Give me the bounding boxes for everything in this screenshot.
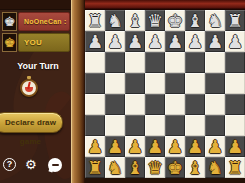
square-g5[interactable] — [205, 73, 225, 94]
square-d8[interactable]: ♛ — [145, 10, 165, 31]
square-d1[interactable]: ♛ — [145, 157, 165, 178]
white-queen-d1[interactable]: ♛ — [145, 157, 165, 178]
opponent-piece-box: ♚ — [2, 12, 17, 31]
board-frame-left — [71, 0, 85, 183]
square-g6[interactable] — [205, 52, 225, 73]
square-d2[interactable]: ♟ — [145, 136, 165, 157]
side-panel: ♚ NoOneCan : ♚ YOU Your Turn Declare dra… — [0, 0, 72, 183]
black-rook-a8[interactable]: ♜ — [85, 10, 105, 31]
square-f1[interactable]: ♝ — [185, 157, 205, 178]
square-h7[interactable]: ♟ — [225, 31, 245, 52]
square-h3[interactable] — [225, 115, 245, 136]
square-d7[interactable]: ♟ — [145, 31, 165, 52]
square-e3[interactable] — [165, 115, 185, 136]
white-king-icon: ♚ — [4, 36, 16, 49]
black-knight-b8[interactable]: ♞ — [105, 10, 125, 31]
white-pawn-c2[interactable]: ♟ — [125, 136, 145, 157]
black-knight-g8[interactable]: ♞ — [205, 10, 225, 31]
square-a1[interactable]: ♜ — [85, 157, 105, 178]
square-h2[interactable]: ♟ — [225, 136, 245, 157]
black-bishop-c8[interactable]: ♝ — [125, 10, 145, 31]
square-f3[interactable] — [185, 115, 205, 136]
white-pawn-b2[interactable]: ♟ — [105, 136, 125, 157]
white-pawn-g2[interactable]: ♟ — [205, 136, 225, 157]
black-rook-h8[interactable]: ♜ — [225, 10, 245, 31]
white-knight-b1[interactable]: ♞ — [105, 157, 125, 178]
square-d4[interactable] — [145, 94, 165, 115]
white-bishop-c1[interactable]: ♝ — [125, 157, 145, 178]
black-king-icon: ♚ — [4, 15, 16, 28]
square-e7[interactable]: ♟ — [165, 31, 185, 52]
square-f5[interactable] — [185, 73, 205, 94]
square-h5[interactable] — [225, 73, 245, 94]
chess-game-window: ♚ NoOneCan : ♚ YOU Your Turn Declare dra… — [0, 0, 245, 183]
square-a8[interactable]: ♜ — [85, 10, 105, 31]
white-pawn-a2[interactable]: ♟ — [85, 136, 105, 157]
board-frame-top — [85, 0, 245, 10]
chess-board: ♜♞♝♛♚♝♞♜♟♟♟♟♟♟♟♟♟♟♟♟♟♟♟♟♜♞♝♛♚♝♞♜ — [85, 10, 245, 178]
opponent-player-row: ♚ NoOneCan : — [2, 12, 70, 31]
square-c1[interactable]: ♝ — [125, 157, 145, 178]
black-pawn-a7[interactable]: ♟ — [85, 31, 105, 52]
square-f4[interactable] — [185, 94, 205, 115]
square-c6[interactable] — [125, 52, 145, 73]
white-pawn-d2[interactable]: ♟ — [145, 136, 165, 157]
square-b3[interactable] — [105, 115, 125, 136]
square-f7[interactable]: ♟ — [185, 31, 205, 52]
panel-top-strip — [0, 0, 72, 10]
white-pawn-f2[interactable]: ♟ — [185, 136, 205, 157]
square-e5[interactable] — [165, 73, 185, 94]
square-b7[interactable]: ♟ — [105, 31, 125, 52]
black-pawn-b7[interactable]: ♟ — [105, 31, 125, 52]
white-knight-g1[interactable]: ♞ — [205, 157, 225, 178]
square-d5[interactable] — [145, 73, 165, 94]
opponent-name-label: NoOneCan : — [18, 12, 70, 31]
square-h1[interactable]: ♜ — [225, 157, 245, 178]
black-pawn-d7[interactable]: ♟ — [145, 31, 165, 52]
black-bishop-f8[interactable]: ♝ — [185, 10, 205, 31]
square-b6[interactable] — [105, 52, 125, 73]
square-b5[interactable] — [105, 73, 125, 94]
square-b2[interactable]: ♟ — [105, 136, 125, 157]
square-g8[interactable]: ♞ — [205, 10, 225, 31]
square-e1[interactable]: ♚ — [165, 157, 185, 178]
square-a6[interactable] — [85, 52, 105, 73]
square-e6[interactable] — [165, 52, 185, 73]
square-b1[interactable]: ♞ — [105, 157, 125, 178]
square-a3[interactable] — [85, 115, 105, 136]
square-b8[interactable]: ♞ — [105, 10, 125, 31]
square-d6[interactable] — [145, 52, 165, 73]
square-c8[interactable]: ♝ — [125, 10, 145, 31]
square-a5[interactable] — [85, 73, 105, 94]
square-e2[interactable]: ♟ — [165, 136, 185, 157]
chat-icon[interactable] — [48, 158, 62, 172]
square-d3[interactable] — [145, 115, 165, 136]
black-pawn-h7[interactable]: ♟ — [225, 31, 245, 52]
square-f6[interactable] — [185, 52, 205, 73]
black-pawn-f7[interactable]: ♟ — [185, 31, 205, 52]
white-pawn-e2[interactable]: ♟ — [165, 136, 185, 157]
square-f8[interactable]: ♝ — [185, 10, 205, 31]
square-f2[interactable]: ♟ — [185, 136, 205, 157]
black-pawn-g7[interactable]: ♟ — [205, 31, 225, 52]
square-c5[interactable] — [125, 73, 145, 94]
square-g1[interactable]: ♞ — [205, 157, 225, 178]
square-h8[interactable]: ♜ — [225, 10, 245, 31]
square-g7[interactable]: ♟ — [205, 31, 225, 52]
footer-toolbar: ? ⚙ — [2, 158, 72, 173]
square-c7[interactable]: ♟ — [125, 31, 145, 52]
square-a2[interactable]: ♟ — [85, 136, 105, 157]
declare-draw-button[interactable]: Declare draw game — [0, 112, 63, 133]
black-pawn-e7[interactable]: ♟ — [165, 31, 185, 52]
white-rook-h1[interactable]: ♜ — [225, 157, 245, 178]
square-c2[interactable]: ♟ — [125, 136, 145, 157]
square-g4[interactable] — [205, 94, 225, 115]
chat-icon-tail — [48, 167, 53, 172]
board-frame-bottom — [85, 178, 245, 183]
square-g3[interactable] — [205, 115, 225, 136]
black-king-e8[interactable]: ♚ — [165, 10, 185, 31]
black-queen-d8[interactable]: ♛ — [145, 10, 165, 31]
square-b4[interactable] — [105, 94, 125, 115]
square-c3[interactable] — [125, 115, 145, 136]
square-g2[interactable]: ♟ — [205, 136, 225, 157]
white-bishop-f1[interactable]: ♝ — [185, 157, 205, 178]
square-h4[interactable] — [225, 94, 245, 115]
white-rook-a1[interactable]: ♜ — [85, 157, 105, 178]
you-name-label: YOU — [18, 33, 70, 52]
square-a7[interactable]: ♟ — [85, 31, 105, 52]
square-e4[interactable] — [165, 94, 185, 115]
square-a4[interactable] — [85, 94, 105, 115]
chat-icon-bar — [52, 164, 59, 167]
white-pawn-h2[interactable]: ♟ — [225, 136, 245, 157]
settings-gear-icon[interactable]: ⚙ — [25, 158, 37, 172]
you-piece-box: ♚ — [2, 33, 17, 52]
square-e8[interactable]: ♚ — [165, 10, 185, 31]
timer-icon — [20, 79, 38, 97]
square-h6[interactable] — [225, 52, 245, 73]
turn-indicator: Your Turn — [0, 61, 72, 71]
timer-knob — [27, 76, 31, 79]
black-pawn-c7[interactable]: ♟ — [125, 31, 145, 52]
you-player-row: ♚ YOU — [2, 33, 70, 52]
help-icon[interactable]: ? — [3, 158, 16, 171]
square-c4[interactable] — [125, 94, 145, 115]
white-king-e1[interactable]: ♚ — [165, 157, 185, 178]
